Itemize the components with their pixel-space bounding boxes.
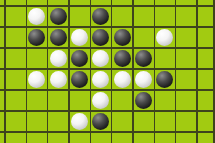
grid-line-vertical [196,0,198,143]
grid-line-horizontal [0,110,215,112]
grid-line-vertical [26,0,28,143]
black-stone [114,29,131,46]
grid-line-vertical [154,0,156,143]
white-stone [156,29,173,46]
white-stone [28,8,45,25]
black-stone [28,29,45,46]
grid-line-horizontal [0,26,215,28]
black-stone [50,8,67,25]
white-stone [135,71,152,88]
white-stone [50,50,67,67]
grid-line-vertical [4,0,6,143]
gomoku-board[interactable] [0,0,215,143]
grid-line-horizontal [0,131,215,133]
grid-line-horizontal [0,5,215,7]
black-stone [71,71,88,88]
black-stone [92,113,109,130]
black-stone [92,8,109,25]
black-stone [50,29,67,46]
white-stone [50,71,67,88]
black-stone [114,50,131,67]
white-stone [28,71,45,88]
white-stone [71,29,88,46]
black-stone [71,50,88,67]
grid-line-horizontal [0,47,215,49]
white-stone [92,71,109,88]
black-stone [135,50,152,67]
black-stone [156,71,173,88]
grid-line-vertical [175,0,177,143]
grid-line-vertical [47,0,49,143]
board-right-edge-line [213,0,215,143]
black-stone [135,92,152,109]
black-stone [92,29,109,46]
grid-line-vertical [132,0,134,143]
grid-line-horizontal [0,89,215,91]
game-screen [0,0,215,143]
grid-line-horizontal [0,68,215,70]
white-stone [71,113,88,130]
grid-line-vertical [68,0,70,143]
grid-line-vertical [90,0,92,143]
grid-line-vertical [111,0,113,143]
white-stone [114,71,131,88]
white-stone [92,50,109,67]
white-stone [92,92,109,109]
